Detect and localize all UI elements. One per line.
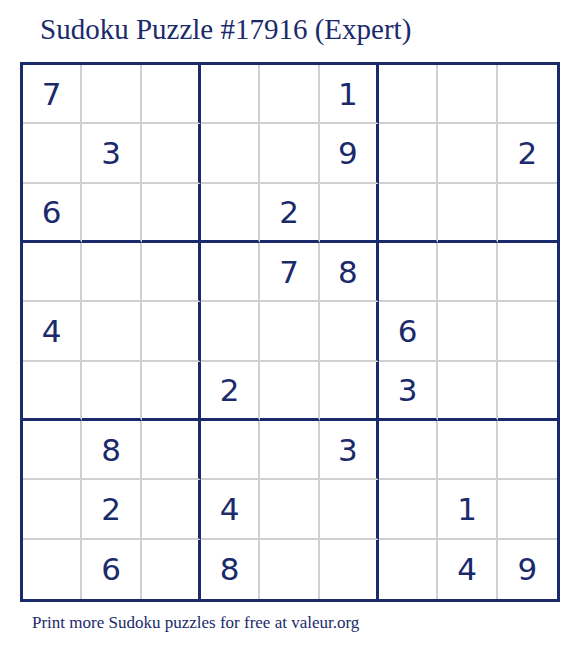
sudoku-cell[interactable] bbox=[438, 243, 497, 302]
sudoku-cell[interactable] bbox=[142, 124, 201, 183]
sudoku-cell[interactable] bbox=[23, 421, 82, 480]
sudoku-cell[interactable] bbox=[320, 184, 379, 243]
sudoku-cell[interactable] bbox=[142, 65, 201, 124]
sudoku-cell[interactable] bbox=[438, 65, 497, 124]
sudoku-cell[interactable] bbox=[379, 421, 438, 480]
sudoku-cell[interactable] bbox=[438, 184, 497, 243]
sudoku-cell[interactable]: 1 bbox=[320, 65, 379, 124]
sudoku-cell[interactable]: 2 bbox=[498, 124, 557, 183]
sudoku-cell[interactable]: 7 bbox=[23, 65, 82, 124]
sudoku-cell[interactable] bbox=[201, 124, 260, 183]
sudoku-cell[interactable]: 6 bbox=[23, 184, 82, 243]
sudoku-cell[interactable] bbox=[82, 302, 141, 361]
sudoku-cell[interactable] bbox=[498, 421, 557, 480]
footer-text: Print more Sudoku puzzles for free at va… bbox=[32, 612, 359, 634]
sudoku-cell[interactable] bbox=[82, 65, 141, 124]
sudoku-cell[interactable]: 6 bbox=[379, 302, 438, 361]
sudoku-cell[interactable] bbox=[142, 184, 201, 243]
sudoku-cell[interactable] bbox=[438, 302, 497, 361]
sudoku-cell[interactable] bbox=[379, 184, 438, 243]
sudoku-cell[interactable] bbox=[201, 421, 260, 480]
sudoku-cell[interactable] bbox=[23, 540, 82, 599]
sudoku-cell[interactable] bbox=[379, 65, 438, 124]
sudoku-cell[interactable] bbox=[260, 480, 319, 539]
sudoku-cell[interactable] bbox=[379, 124, 438, 183]
sudoku-cell[interactable] bbox=[23, 124, 82, 183]
sudoku-cell[interactable] bbox=[379, 480, 438, 539]
sudoku-cell[interactable]: 3 bbox=[320, 421, 379, 480]
sudoku-cell[interactable] bbox=[82, 243, 141, 302]
sudoku-cell[interactable] bbox=[142, 243, 201, 302]
sudoku-cell[interactable] bbox=[498, 184, 557, 243]
sudoku-cell[interactable] bbox=[260, 540, 319, 599]
sudoku-cell[interactable]: 2 bbox=[201, 362, 260, 421]
sudoku-cell[interactable]: 9 bbox=[498, 540, 557, 599]
sudoku-cell[interactable]: 4 bbox=[201, 480, 260, 539]
sudoku-cell[interactable]: 3 bbox=[379, 362, 438, 421]
sudoku-cell[interactable] bbox=[201, 184, 260, 243]
sudoku-cell[interactable] bbox=[260, 421, 319, 480]
sudoku-cell[interactable] bbox=[260, 65, 319, 124]
sudoku-cell[interactable] bbox=[201, 243, 260, 302]
sudoku-cell[interactable]: 8 bbox=[201, 540, 260, 599]
sudoku-cell[interactable] bbox=[438, 421, 497, 480]
sudoku-cell[interactable] bbox=[260, 124, 319, 183]
sudoku-cell[interactable]: 1 bbox=[438, 480, 497, 539]
sudoku-page: Sudoku Puzzle #17916 (Expert) 7139262784… bbox=[0, 0, 580, 651]
sudoku-cell[interactable] bbox=[320, 362, 379, 421]
sudoku-cell[interactable] bbox=[498, 480, 557, 539]
sudoku-cell[interactable]: 8 bbox=[320, 243, 379, 302]
sudoku-cell[interactable]: 7 bbox=[260, 243, 319, 302]
sudoku-cell[interactable] bbox=[260, 362, 319, 421]
sudoku-cell[interactable] bbox=[320, 302, 379, 361]
sudoku-cell[interactable] bbox=[142, 480, 201, 539]
sudoku-cell[interactable] bbox=[498, 362, 557, 421]
sudoku-grid: 7139262784623832416849 bbox=[20, 62, 560, 602]
sudoku-cell[interactable] bbox=[201, 65, 260, 124]
sudoku-cell[interactable] bbox=[498, 302, 557, 361]
sudoku-cell[interactable]: 8 bbox=[82, 421, 141, 480]
sudoku-cell[interactable] bbox=[498, 65, 557, 124]
sudoku-cell[interactable] bbox=[379, 540, 438, 599]
sudoku-cell[interactable] bbox=[379, 243, 438, 302]
sudoku-cell[interactable] bbox=[320, 540, 379, 599]
sudoku-cell[interactable] bbox=[142, 540, 201, 599]
sudoku-cell[interactable]: 3 bbox=[82, 124, 141, 183]
sudoku-cell[interactable]: 9 bbox=[320, 124, 379, 183]
sudoku-cell[interactable] bbox=[320, 480, 379, 539]
sudoku-cell[interactable] bbox=[142, 421, 201, 480]
page-title: Sudoku Puzzle #17916 (Expert) bbox=[40, 11, 411, 47]
sudoku-cell[interactable]: 2 bbox=[260, 184, 319, 243]
sudoku-cell[interactable]: 4 bbox=[23, 302, 82, 361]
sudoku-cell[interactable] bbox=[23, 362, 82, 421]
sudoku-cell[interactable] bbox=[23, 243, 82, 302]
sudoku-cell[interactable] bbox=[82, 362, 141, 421]
sudoku-cell[interactable]: 4 bbox=[438, 540, 497, 599]
sudoku-cell[interactable] bbox=[438, 124, 497, 183]
sudoku-cell[interactable]: 2 bbox=[82, 480, 141, 539]
sudoku-cell[interactable] bbox=[142, 302, 201, 361]
sudoku-cell[interactable] bbox=[82, 184, 141, 243]
sudoku-cell[interactable]: 6 bbox=[82, 540, 141, 599]
sudoku-cell[interactable] bbox=[498, 243, 557, 302]
sudoku-cell[interactable] bbox=[23, 480, 82, 539]
sudoku-cell[interactable] bbox=[260, 302, 319, 361]
sudoku-cell[interactable] bbox=[438, 362, 497, 421]
sudoku-cell[interactable] bbox=[201, 302, 260, 361]
sudoku-cell[interactable] bbox=[142, 362, 201, 421]
